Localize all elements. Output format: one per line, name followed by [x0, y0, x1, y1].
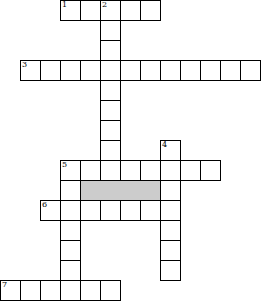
- crossword-cell[interactable]: [180, 60, 201, 81]
- crossword-cell[interactable]: [60, 200, 81, 221]
- crossword-cell[interactable]: [100, 0, 121, 21]
- crossword-cell[interactable]: [120, 200, 141, 221]
- crossword-cell[interactable]: [180, 160, 201, 181]
- crossword-cell[interactable]: [120, 160, 141, 181]
- crossword-cell[interactable]: [240, 60, 261, 81]
- crossword-cell[interactable]: [100, 80, 121, 101]
- crossword-cell[interactable]: [60, 280, 81, 301]
- crossword-cell[interactable]: [100, 140, 121, 161]
- crossword-cell[interactable]: [80, 200, 101, 221]
- crossword-cell[interactable]: [140, 200, 161, 221]
- crossword-cell[interactable]: [140, 60, 161, 81]
- crossword-board: 1234567: [0, 0, 261, 301]
- crossword-cell[interactable]: [100, 100, 121, 121]
- crossword-cell[interactable]: [160, 140, 181, 161]
- crossword-cell[interactable]: [20, 60, 41, 81]
- crossword-cell[interactable]: [160, 60, 181, 81]
- crossword-cell[interactable]: [140, 0, 161, 21]
- crossword-cell[interactable]: [100, 60, 121, 81]
- crossword-cell[interactable]: [160, 260, 181, 281]
- crossword-cell[interactable]: [220, 60, 241, 81]
- crossword-cell[interactable]: [140, 160, 161, 181]
- crossword-cell[interactable]: [100, 200, 121, 221]
- crossword-cell[interactable]: [80, 160, 101, 181]
- crossword-cell[interactable]: [60, 0, 81, 21]
- crossword-cell[interactable]: [80, 60, 101, 81]
- crossword-cell[interactable]: [160, 160, 181, 181]
- crossword-cell[interactable]: [120, 0, 141, 21]
- crossword-cell[interactable]: [200, 160, 221, 181]
- crossword-cell[interactable]: [100, 280, 121, 301]
- crossword-cell[interactable]: [160, 200, 181, 221]
- crossword-cell[interactable]: [80, 280, 101, 301]
- crossword-cell[interactable]: [0, 280, 21, 301]
- crossword-cell[interactable]: [60, 260, 81, 281]
- crossword-cell[interactable]: [60, 240, 81, 261]
- crossword-cell[interactable]: [40, 200, 61, 221]
- crossword-cell[interactable]: [60, 160, 81, 181]
- crossword-cell[interactable]: [160, 180, 181, 201]
- crossword-cell[interactable]: [120, 60, 141, 81]
- crossword-cell[interactable]: [100, 160, 121, 181]
- crossword-shaded-block[interactable]: [80, 180, 161, 201]
- crossword-cell[interactable]: [20, 280, 41, 301]
- crossword-cell[interactable]: [160, 240, 181, 261]
- crossword-cell[interactable]: [60, 180, 81, 201]
- crossword-cell[interactable]: [100, 120, 121, 141]
- crossword-cell[interactable]: [40, 280, 61, 301]
- crossword-cell[interactable]: [100, 20, 121, 41]
- crossword-cell[interactable]: [60, 220, 81, 241]
- crossword-cell[interactable]: [40, 60, 61, 81]
- crossword-cell[interactable]: [80, 0, 101, 21]
- crossword-cell[interactable]: [100, 40, 121, 61]
- crossword-cell[interactable]: [200, 60, 221, 81]
- crossword-cell[interactable]: [160, 220, 181, 241]
- crossword-cell[interactable]: [60, 60, 81, 81]
